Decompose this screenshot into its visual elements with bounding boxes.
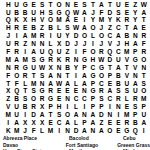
word-list-item: Manila: [69, 149, 123, 150]
grid-cell-r8c8[interactable]: R: [63, 56, 71, 64]
grid-cell-r1c16[interactable]: Z: [131, 1, 139, 9]
grid-cell-r1c10[interactable]: S: [80, 1, 88, 9]
grid-cell-r7c10[interactable]: F: [80, 48, 88, 56]
grid-cell-r8c10[interactable]: G: [80, 56, 88, 64]
grid-cell-r17c11[interactable]: N: [89, 127, 97, 135]
grid-cell-r7c9[interactable]: I: [72, 48, 80, 56]
grid-cell-r7c1[interactable]: F: [4, 48, 12, 56]
grid-cell-r7c15[interactable]: M: [123, 48, 131, 56]
grid-cell-r16c13[interactable]: E: [106, 119, 114, 127]
grid-cell-r7c12[interactable]: R: [97, 48, 105, 56]
grid-cell-r10c10[interactable]: A: [80, 72, 88, 80]
grid-cell-r16c14[interactable]: E: [114, 119, 122, 127]
grid-cell-r17c17[interactable]: I: [140, 127, 148, 135]
grid-cell-r8c6[interactable]: R: [46, 56, 54, 64]
grid-cell-r16c2[interactable]: A: [12, 119, 20, 127]
grid-cell-r16c4[interactable]: X: [29, 119, 37, 127]
grid-cell-r10c3[interactable]: R: [21, 72, 29, 80]
grid-cell-r9c17[interactable]: N: [140, 64, 148, 72]
grid-cell-r1c14[interactable]: U: [114, 1, 122, 9]
grid-cell-r9c1[interactable]: N: [4, 64, 12, 72]
grid-cell-r9c5[interactable]: W: [38, 64, 46, 72]
grid-cell-r17c10[interactable]: A: [80, 127, 88, 135]
grid-cell-r1c4[interactable]: E: [29, 1, 37, 9]
grid-cell-r10c8[interactable]: T: [63, 72, 71, 80]
grid-cell-r1c1[interactable]: H: [4, 1, 12, 9]
grid-cell-r7c4[interactable]: A: [29, 48, 37, 56]
grid-cell-r9c14[interactable]: A: [114, 64, 122, 72]
word-list-item: Mindanao: [123, 149, 150, 150]
grid-cell-r16c3[interactable]: X: [21, 119, 29, 127]
grid-cell-r7c7[interactable]: U: [55, 48, 63, 56]
grid-cell-r8c13[interactable]: D: [106, 56, 114, 64]
grid-cell-r16c11[interactable]: A: [89, 119, 97, 127]
grid-cell-r1c8[interactable]: N: [63, 1, 71, 9]
grid-cell-r8c7[interactable]: K: [55, 56, 63, 64]
grid-cell-r10c17[interactable]: T: [140, 72, 148, 80]
grid-cell-r8c9[interactable]: N: [72, 56, 80, 64]
grid-cell-r7c11[interactable]: O: [89, 48, 97, 56]
word-list-row: Huge Stone StatueManilaMindanao: [3, 149, 150, 150]
grid-cell-r1c13[interactable]: T: [106, 1, 114, 9]
grid-cell-r10c11[interactable]: G: [89, 72, 97, 80]
grid-cell-r10c13[interactable]: P: [106, 72, 114, 80]
grid-cell-r1c5[interactable]: S: [38, 1, 46, 9]
grid-cell-r16c12[interactable]: Z: [97, 119, 105, 127]
grid-cell-r7c5[interactable]: U: [38, 48, 46, 56]
grid-cell-r17c16[interactable]: Q: [131, 127, 139, 135]
grid-cell-r7c17[interactable]: R: [140, 48, 148, 56]
grid-cell-r7c6[interactable]: Q: [46, 48, 54, 56]
grid-cell-r7c16[interactable]: P: [131, 48, 139, 56]
grid-cell-r1c2[interactable]: U: [12, 1, 20, 9]
word-search-grid: HUGESTONESTATUEZWUBBUHSGQWAJFDSEYAQKXHVO…: [4, 1, 148, 135]
word-list-item: Bacolod: [69, 136, 123, 142]
grid-cell-r9c10[interactable]: P: [80, 64, 88, 72]
grid-cell-r8c1[interactable]: M: [4, 56, 12, 64]
grid-cell-r7c8[interactable]: Z: [63, 48, 71, 56]
grid-cell-r9c2[interactable]: R: [12, 64, 20, 72]
grid-cell-r9c4[interactable]: U: [29, 64, 37, 72]
grid-cell-r8c17[interactable]: O: [140, 56, 148, 64]
grid-cell-r10c15[interactable]: V: [123, 72, 131, 80]
grid-cell-r8c2[interactable]: A: [12, 56, 20, 64]
grid-cell-r17c13[interactable]: O: [106, 127, 114, 135]
grid-cell-r16c6[interactable]: E: [46, 119, 54, 127]
grid-cell-r7c13[interactable]: Q: [106, 48, 114, 56]
grid-cell-r8c5[interactable]: G: [38, 56, 46, 64]
grid-cell-r10c4[interactable]: T: [29, 72, 37, 80]
grid-cell-r17c15[interactable]: G: [123, 127, 131, 135]
grid-cell-r10c1[interactable]: F: [4, 72, 12, 80]
grid-cell-r17c7[interactable]: I: [55, 127, 63, 135]
grid-cell-r10c9[interactable]: I: [72, 72, 80, 80]
grid-cell-r17c8[interactable]: N: [63, 127, 71, 135]
grid-cell-r7c2[interactable]: R: [12, 48, 20, 56]
grid-cell-r8c15[interactable]: V: [123, 56, 131, 64]
grid-cell-r1c6[interactable]: T: [46, 1, 54, 9]
grid-cell-r10c2[interactable]: O: [12, 72, 20, 80]
grid-cell-r1c11[interactable]: T: [89, 1, 97, 9]
grid-cell-r7c14[interactable]: C: [114, 48, 122, 56]
grid-cell-r17c4[interactable]: F: [29, 127, 37, 135]
grid-cell-r8c16[interactable]: G: [131, 56, 139, 64]
grid-cell-r7c3[interactable]: I: [21, 48, 29, 56]
grid-cell-r10c16[interactable]: N: [131, 72, 139, 80]
grid-cell-r9c11[interactable]: C: [89, 64, 97, 72]
word-list-item: Cebu: [123, 136, 150, 142]
grid-cell-r1c3[interactable]: G: [21, 1, 29, 9]
grid-cell-r16c1[interactable]: I: [4, 119, 12, 127]
word-list: Abreeza PlaceBacolodCebuDavaoFort Santia…: [3, 136, 150, 150]
grid-cell-r1c12[interactable]: A: [97, 1, 105, 9]
grid-cell-r10c7[interactable]: N: [55, 72, 63, 80]
word-list-item: Abreeza Place: [3, 136, 69, 142]
grid-cell-r8c4[interactable]: S: [29, 56, 37, 64]
grid-cell-r16c17[interactable]: A: [140, 119, 148, 127]
grid-cell-r8c14[interactable]: U: [114, 56, 122, 64]
grid-cell-r8c11[interactable]: H: [89, 56, 97, 64]
grid-cell-r9c9[interactable]: Y: [72, 64, 80, 72]
grid-cell-r17c12[interactable]: A: [97, 127, 105, 135]
grid-cell-r1c9[interactable]: E: [72, 1, 80, 9]
grid-cell-r10c12[interactable]: O: [97, 72, 105, 80]
grid-cell-r10c5[interactable]: S: [38, 72, 46, 80]
grid-cell-r16c16[interactable]: B: [131, 119, 139, 127]
grid-cell-r8c3[interactable]: M: [21, 56, 29, 64]
grid-cell-r9c7[interactable]: N: [55, 64, 63, 72]
grid-cell-r9c8[interactable]: B: [63, 64, 71, 72]
grid-cell-r17c1[interactable]: K: [4, 127, 12, 135]
grid-cell-r1c17[interactable]: W: [140, 1, 148, 9]
grid-cell-r16c9[interactable]: L: [72, 119, 80, 127]
grid-cell-r17c6[interactable]: M: [46, 127, 54, 135]
grid-cell-r8c12[interactable]: W: [97, 56, 105, 64]
grid-cell-r16c15[interactable]: R: [123, 119, 131, 127]
grid-cell-r10c6[interactable]: A: [46, 72, 54, 80]
grid-cell-r17c14[interactable]: E: [114, 127, 122, 135]
grid-cell-r17c3[interactable]: J: [21, 127, 29, 135]
grid-cell-r16c8[interactable]: A: [63, 119, 71, 127]
grid-cell-r10c14[interactable]: B: [114, 72, 122, 80]
grid-cell-r1c15[interactable]: E: [123, 1, 131, 9]
grid-cell-r9c13[interactable]: T: [106, 64, 114, 72]
grid-cell-r16c5[interactable]: X: [38, 119, 46, 127]
grid-cell-r9c3[interactable]: G: [21, 64, 29, 72]
grid-cell-r9c15[interactable]: T: [123, 64, 131, 72]
word-list-item: Huge Stone Statue: [3, 149, 69, 150]
grid-cell-r9c6[interactable]: X: [46, 64, 54, 72]
grid-cell-r17c5[interactable]: L: [38, 127, 46, 135]
grid-cell-r17c2[interactable]: M: [12, 127, 20, 135]
grid-cell-r9c16[interactable]: V: [131, 64, 139, 72]
grid-cell-r16c10[interactable]: P: [80, 119, 88, 127]
grid-cell-r16c7[interactable]: C: [55, 119, 63, 127]
grid-cell-r1c7[interactable]: O: [55, 1, 63, 9]
grid-cell-r9c12[interactable]: G: [97, 64, 105, 72]
grid-cell-r17c9[interactable]: D: [72, 127, 80, 135]
